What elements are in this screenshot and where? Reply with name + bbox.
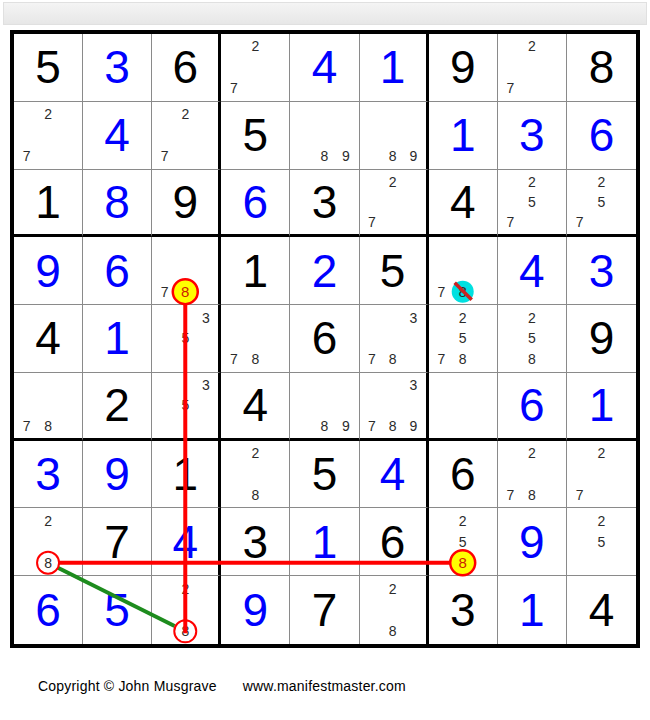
- pencil-marks: 378: [362, 307, 424, 370]
- cell-r1c9[interactable]: 8: [567, 34, 636, 102]
- cell-r9c4[interactable]: 9: [221, 576, 290, 644]
- cell-r1c3[interactable]: 6: [152, 34, 221, 102]
- cell-value: 2: [104, 382, 130, 428]
- candidate-7: 7: [362, 212, 383, 232]
- candidate-2: 2: [452, 510, 473, 531]
- candidate-8: 8: [175, 621, 196, 642]
- cell-r6c7[interactable]: [429, 373, 498, 441]
- candidate-2: 2: [37, 510, 58, 531]
- candidate-7: 7: [362, 349, 383, 370]
- cell-value: 6: [589, 112, 615, 158]
- candidate-5: 5: [452, 531, 473, 552]
- cell-r3c8[interactable]: 257: [498, 170, 567, 238]
- cell-r1c2[interactable]: 3: [83, 34, 152, 102]
- cell-value: 3: [312, 179, 338, 225]
- cell-r4c5[interactable]: 2: [290, 237, 359, 305]
- candidate-8: 8: [245, 485, 266, 506]
- candidate-3: 3: [196, 307, 217, 328]
- pencil-marks: 27: [154, 104, 216, 167]
- candidate-8: 8: [314, 415, 335, 435]
- cell-value: 3: [450, 587, 476, 633]
- cell-r6c4[interactable]: 4: [221, 373, 290, 441]
- copyright-line: Copyright © John Musgravewww.manifestmas…: [38, 678, 406, 694]
- candidate-9: 9: [335, 146, 356, 167]
- cell-r9c5[interactable]: 7: [290, 576, 359, 644]
- cell-value: 9: [589, 315, 615, 361]
- cell-value: 9: [104, 451, 130, 497]
- cell-value: 4: [172, 519, 198, 565]
- candidate-5: 5: [175, 395, 196, 415]
- cell-value: 1: [35, 179, 61, 225]
- cell-r6c2[interactable]: 2: [83, 373, 152, 441]
- candidate-2: 2: [245, 36, 266, 57]
- cell-value: 6: [380, 519, 406, 565]
- pencil-marks: 27: [223, 36, 287, 99]
- cell-value: 4: [35, 315, 61, 361]
- cell-r6c5[interactable]: 89: [290, 373, 359, 441]
- cell-value: 3: [35, 451, 61, 497]
- cell-r7c5[interactable]: 5: [290, 441, 359, 509]
- candidate-8: 8: [314, 146, 335, 167]
- candidate-5: 5: [591, 531, 613, 552]
- cell-value: 3: [104, 44, 130, 90]
- cell-r3c5[interactable]: 3: [290, 170, 359, 238]
- cell-value: 7: [104, 519, 130, 565]
- candidate-7: 7: [154, 281, 175, 302]
- cell-r7c6[interactable]: 4: [360, 441, 429, 509]
- pencil-marks: 28: [362, 578, 424, 642]
- pencil-marks: 258: [431, 510, 495, 573]
- cell-r3c6[interactable]: 27: [360, 170, 429, 238]
- cell-value: 1: [450, 112, 476, 158]
- candidate-8: 8: [37, 415, 58, 435]
- cell-r5c8[interactable]: 258: [498, 305, 567, 373]
- candidate-8: 8: [175, 281, 196, 302]
- candidate-2: 2: [175, 578, 196, 599]
- candidate-5: 5: [452, 328, 473, 349]
- cell-r4c1[interactable]: 9: [14, 237, 83, 305]
- pencil-marks: 28: [223, 443, 287, 506]
- cell-value: 1: [380, 44, 406, 90]
- pencil-marks: 89: [292, 104, 356, 167]
- cell-r4c9[interactable]: 3: [567, 237, 636, 305]
- cell-value: 6: [243, 179, 269, 225]
- candidate-7: 7: [16, 146, 37, 167]
- cell-value: 1: [243, 248, 269, 294]
- cell-value: 4: [589, 587, 615, 633]
- candidate-2: 2: [382, 172, 403, 192]
- cell-r9c3[interactable]: 28: [152, 576, 221, 644]
- cell-r5c4[interactable]: 78: [221, 305, 290, 373]
- candidate-7: 7: [569, 485, 591, 506]
- cell-r9c9[interactable]: 4: [567, 576, 636, 644]
- cell-r4c2[interactable]: 6: [83, 237, 152, 305]
- cell-r5c6[interactable]: 378: [360, 305, 429, 373]
- candidate-2: 2: [521, 307, 542, 328]
- pencil-marks: 78: [154, 239, 216, 302]
- cell-r4c4[interactable]: 1: [221, 237, 290, 305]
- candidate-7: 7: [431, 281, 452, 302]
- candidate-2: 2: [591, 443, 613, 464]
- candidate-7: 7: [154, 146, 175, 167]
- cell-r4c6[interactable]: 5: [360, 237, 429, 305]
- pencil-marks: 2578: [431, 307, 495, 370]
- cell-value: 6: [519, 382, 545, 428]
- cell-r7c8[interactable]: 278: [498, 441, 567, 509]
- cell-r3c4[interactable]: 6: [221, 170, 290, 238]
- pencil-marks: 28: [16, 510, 80, 573]
- cell-value: 4: [243, 382, 269, 428]
- cell-value: 3: [243, 519, 269, 565]
- cell-r3c1[interactable]: 1: [14, 170, 83, 238]
- cell-r5c1[interactable]: 4: [14, 305, 83, 373]
- cell-value: 9: [450, 44, 476, 90]
- candidate-2: 2: [591, 172, 613, 192]
- pencil-marks: 35: [154, 307, 216, 370]
- cell-value: 5: [380, 248, 406, 294]
- cell-r1c6[interactable]: 1: [360, 34, 429, 102]
- candidate-2: 2: [591, 510, 613, 531]
- pencil-marks: 257: [569, 172, 634, 233]
- pencil-marks: 27: [362, 172, 424, 233]
- cell-r5c2[interactable]: 1: [83, 305, 152, 373]
- cell-value: 9: [243, 587, 269, 633]
- cell-r8c6[interactable]: 6: [360, 508, 429, 576]
- cell-r2c6[interactable]: 89: [360, 102, 429, 170]
- cell-r6c1[interactable]: 78: [14, 373, 83, 441]
- cell-value: 1: [104, 315, 130, 361]
- cell-value: 9: [172, 179, 198, 225]
- cell-value: 9: [35, 248, 61, 294]
- pencil-marks: 278: [500, 443, 564, 506]
- pencil-marks: 257: [500, 172, 564, 233]
- candidate-3: 3: [403, 375, 424, 395]
- cell-r7c7[interactable]: 6: [429, 441, 498, 509]
- cell-r2c4[interactable]: 5: [221, 102, 290, 170]
- cell-r8c3[interactable]: 4: [152, 508, 221, 576]
- cell-r2c3[interactable]: 27: [152, 102, 221, 170]
- cell-r7c9[interactable]: 27: [567, 441, 636, 509]
- cell-value: 6: [104, 248, 130, 294]
- candidate-8: 8: [382, 415, 403, 435]
- candidate-7: 7: [500, 78, 521, 99]
- cell-value: 3: [589, 248, 615, 294]
- candidate-7: 7: [362, 415, 383, 435]
- candidate-2: 2: [37, 104, 58, 125]
- cell-r8c7[interactable]: 258: [429, 508, 498, 576]
- pencil-marks: 258: [500, 307, 564, 370]
- candidate-8: 8: [521, 485, 542, 506]
- candidate-2: 2: [521, 443, 542, 464]
- candidate-8: 8: [452, 349, 473, 370]
- cell-r9c2[interactable]: 5: [83, 576, 152, 644]
- cell-r8c9[interactable]: 25: [567, 508, 636, 576]
- cell-value: 5: [104, 587, 130, 633]
- cell-r2c8[interactable]: 3: [498, 102, 567, 170]
- cell-r2c9[interactable]: 6: [567, 102, 636, 170]
- cell-r3c9[interactable]: 257: [567, 170, 636, 238]
- cell-r8c1[interactable]: 28: [14, 508, 83, 576]
- candidate-8: 8: [382, 349, 403, 370]
- candidate-8: 8: [382, 146, 403, 167]
- cell-r5c9[interactable]: 9: [567, 305, 636, 373]
- pencil-marks: 89: [292, 375, 356, 436]
- candidate-3: 3: [196, 375, 217, 395]
- cell-r9c8[interactable]: 1: [498, 576, 567, 644]
- candidate-2: 2: [382, 578, 403, 599]
- pencil-marks: 78: [431, 239, 495, 302]
- candidate-7: 7: [500, 485, 521, 506]
- cell-r8c4[interactable]: 3: [221, 508, 290, 576]
- cell-value: 4: [519, 248, 545, 294]
- cell-value: 4: [450, 179, 476, 225]
- candidate-2: 2: [245, 443, 266, 464]
- candidate-7: 7: [431, 349, 452, 370]
- cell-r2c5[interactable]: 89: [290, 102, 359, 170]
- candidate-9: 9: [403, 146, 424, 167]
- cell-value: 3: [519, 112, 545, 158]
- copyright-text: Copyright © John Musgrave: [38, 678, 217, 694]
- cell-r5c5[interactable]: 6: [290, 305, 359, 373]
- candidate-7: 7: [223, 78, 244, 99]
- pencil-marks: 25: [569, 510, 634, 573]
- cell-r4c3[interactable]: 78: [152, 237, 221, 305]
- cell-r6c9[interactable]: 1: [567, 373, 636, 441]
- cell-r1c7[interactable]: 9: [429, 34, 498, 102]
- cell-value: 5: [312, 451, 338, 497]
- pencil-marks: 27: [569, 443, 634, 506]
- cell-r7c4[interactable]: 28: [221, 441, 290, 509]
- cell-r7c2[interactable]: 9: [83, 441, 152, 509]
- cell-r2c2[interactable]: 4: [83, 102, 152, 170]
- candidate-2: 2: [452, 307, 473, 328]
- pencil-marks: 27: [500, 36, 564, 99]
- pencil-marks: 35: [154, 375, 216, 436]
- cell-r1c1[interactable]: 5: [14, 34, 83, 102]
- cell-value: 6: [35, 587, 61, 633]
- pencil-marks: 78: [223, 307, 287, 370]
- cell-r6c8[interactable]: 6: [498, 373, 567, 441]
- candidate-5: 5: [591, 192, 613, 212]
- candidate-5: 5: [521, 192, 542, 212]
- cell-r2c1[interactable]: 27: [14, 102, 83, 170]
- cell-value: 1: [312, 519, 338, 565]
- top-bar: [3, 2, 647, 25]
- candidate-8: 8: [452, 281, 473, 302]
- cell-r3c2[interactable]: 8: [83, 170, 152, 238]
- cell-value: 6: [172, 44, 198, 90]
- candidate-3: 3: [403, 307, 424, 328]
- cell-value: 5: [243, 112, 269, 158]
- cell-value: 8: [589, 44, 615, 90]
- pencil-marks: [431, 375, 495, 436]
- cell-value: 4: [104, 112, 130, 158]
- cell-r9c6[interactable]: 28: [360, 576, 429, 644]
- cell-r5c3[interactable]: 35: [152, 305, 221, 373]
- cell-value: 8: [104, 179, 130, 225]
- cell-r5c7[interactable]: 2578: [429, 305, 498, 373]
- cell-r8c5[interactable]: 1: [290, 508, 359, 576]
- cell-r9c7[interactable]: 3: [429, 576, 498, 644]
- cell-r3c7[interactable]: 4: [429, 170, 498, 238]
- cell-r4c7[interactable]: 78: [429, 237, 498, 305]
- cell-r9c1[interactable]: 6: [14, 576, 83, 644]
- candidate-9: 9: [335, 415, 356, 435]
- cell-r3c3[interactable]: 9: [152, 170, 221, 238]
- cell-value: 1: [519, 587, 545, 633]
- cell-value: 6: [450, 451, 476, 497]
- candidate-2: 2: [521, 172, 542, 192]
- cell-r1c4[interactable]: 27: [221, 34, 290, 102]
- cell-value: 1: [172, 451, 198, 497]
- cell-r4c8[interactable]: 4: [498, 237, 567, 305]
- cell-r8c8[interactable]: 9: [498, 508, 567, 576]
- cell-value: 7: [312, 587, 338, 633]
- cell-value: 6: [312, 315, 338, 361]
- cell-r1c8[interactable]: 27: [498, 34, 567, 102]
- candidate-8: 8: [37, 552, 58, 573]
- cell-r6c3[interactable]: 35: [152, 373, 221, 441]
- candidate-7: 7: [223, 349, 244, 370]
- cell-r7c1[interactable]: 3: [14, 441, 83, 509]
- cell-value: 9: [519, 519, 545, 565]
- pencil-marks: 27: [16, 104, 80, 167]
- candidate-5: 5: [521, 328, 542, 349]
- cell-r6c6[interactable]: 3789: [360, 373, 429, 441]
- pencil-marks: 28: [154, 578, 216, 642]
- cell-value: 5: [35, 44, 61, 90]
- pencil-marks: 89: [362, 104, 424, 167]
- cell-r7c3[interactable]: 1: [152, 441, 221, 509]
- pencil-marks: 78: [16, 375, 80, 436]
- cell-value: 4: [380, 451, 406, 497]
- candidate-5: 5: [175, 328, 196, 349]
- cell-r2c7[interactable]: 1: [429, 102, 498, 170]
- candidate-7: 7: [16, 415, 37, 435]
- candidate-8: 8: [382, 621, 403, 642]
- candidate-2: 2: [521, 36, 542, 57]
- pencil-marks: 3789: [362, 375, 424, 436]
- candidate-7: 7: [569, 212, 591, 232]
- cell-r1c5[interactable]: 4: [290, 34, 359, 102]
- cell-value: 4: [312, 44, 338, 90]
- candidate-2: 2: [175, 104, 196, 125]
- sudoku-board: 5362741927827427589891361896327425725796…: [10, 30, 640, 648]
- candidate-9: 9: [403, 415, 424, 435]
- candidate-8: 8: [245, 349, 266, 370]
- cell-value: 2: [312, 248, 338, 294]
- cell-value: 1: [589, 382, 615, 428]
- candidate-8: 8: [452, 552, 473, 573]
- website-text: www.manifestmaster.com: [243, 678, 406, 694]
- candidate-7: 7: [500, 212, 521, 232]
- candidate-8: 8: [521, 349, 542, 370]
- cell-r8c2[interactable]: 7: [83, 508, 152, 576]
